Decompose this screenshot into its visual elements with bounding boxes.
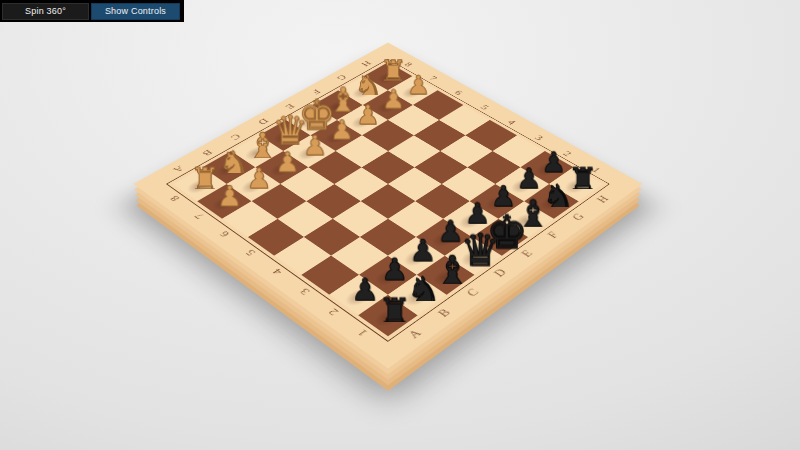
chessboard-3d-scene[interactable]: ABCDEFGH ABCDEFGH 87654321 87654321 ♜♞♝♛… — [208, 4, 568, 364]
board-face: ABCDEFGH ABCDEFGH 87654321 87654321 ♜♞♝♛… — [133, 42, 642, 368]
spin-360-button[interactable]: Spin 360° — [2, 3, 89, 20]
show-controls-button[interactable]: Show Controls — [91, 3, 180, 20]
board-tilt: ABCDEFGH ABCDEFGH 87654321 87654321 ♜♞♝♛… — [133, 42, 642, 368]
board-grid: ♜♞♝♛♚♝♞♜♟♟♟♟♟♟♟♟♟♟♟♟♟♟♟♟♜♞♝♛♚♝♞♜ — [173, 62, 603, 336]
toolbar: Spin 360° Show Controls — [0, 0, 184, 22]
piece-black-rook[interactable]: ♜ — [373, 289, 415, 331]
